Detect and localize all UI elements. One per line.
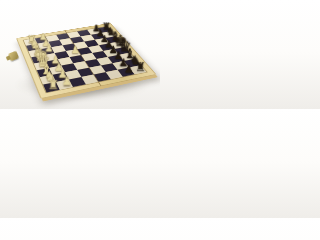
white-pawn-a2: ♟ [61,76,71,87]
black-pawn-a7: ♟ [123,64,133,75]
black-rook-a8: ♜ [135,61,146,73]
white-rook-a1: ♜ [47,78,58,91]
product-photo: ♜♟♟♜♞♟♟♞♝♟♟♝♚♟♟♚♛♟♟♛♝♟♟♝♞♟♟♞♜♟♟♜ [0,0,160,109]
white-pawn-e4: ♟ [70,45,79,55]
clasp [8,51,19,62]
square-a1: ♜ [43,82,60,92]
